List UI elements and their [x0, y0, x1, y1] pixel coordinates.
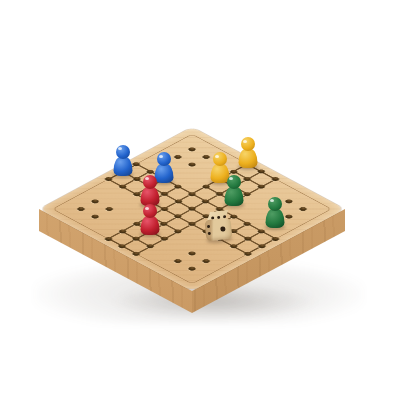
pawn-head — [116, 145, 130, 159]
base-hole — [270, 206, 280, 211]
base-hole — [187, 147, 197, 152]
pawn-head — [241, 137, 255, 151]
base-hole — [187, 266, 197, 271]
base-hole — [187, 251, 197, 256]
base-hole — [187, 162, 197, 167]
ludo-product-photo — [0, 0, 420, 419]
base-hole — [173, 154, 183, 159]
pawn-highlight — [118, 147, 122, 150]
base-hole — [90, 199, 100, 204]
base-hole — [173, 259, 183, 264]
track-hole — [243, 251, 253, 256]
track-hole — [132, 251, 142, 256]
pawn-highlight — [243, 140, 247, 143]
base-hole — [76, 206, 86, 211]
base-hole — [201, 154, 211, 159]
base-hole — [284, 214, 294, 219]
base-hole — [284, 199, 294, 204]
base-hole — [90, 214, 100, 219]
base-hole — [201, 259, 211, 264]
base-hole — [104, 206, 114, 211]
base-hole — [298, 206, 308, 211]
